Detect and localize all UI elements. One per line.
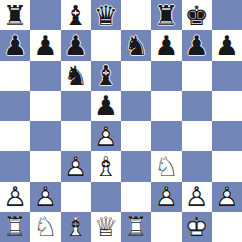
square-f7[interactable]: ♟ <box>151 30 181 60</box>
white-rook-outline: ♖ <box>0 212 30 242</box>
black-rook[interactable]: ♜ <box>151 0 181 30</box>
white-pawn[interactable]: ♟♙ <box>91 121 121 151</box>
black-bishop[interactable]: ♝ <box>91 61 121 91</box>
white-rook[interactable]: ♜♖ <box>121 212 151 242</box>
black-pawn[interactable]: ♟ <box>182 30 212 60</box>
square-g6[interactable] <box>182 61 212 91</box>
square-e4[interactable] <box>121 121 151 151</box>
square-a3[interactable] <box>0 151 30 181</box>
square-e3[interactable] <box>121 151 151 181</box>
white-rook-outline: ♖ <box>121 212 151 242</box>
white-king[interactable]: ♚♔ <box>182 212 212 242</box>
black-rook-glyph: ♜ <box>0 0 30 30</box>
white-knight[interactable]: ♞♘ <box>30 212 60 242</box>
square-a1[interactable]: ♜♖ <box>0 212 30 242</box>
square-g2[interactable]: ♟♙ <box>182 182 212 212</box>
white-bishop[interactable]: ♝♗ <box>61 212 91 242</box>
square-g7[interactable]: ♟ <box>182 30 212 60</box>
white-king-outline: ♔ <box>182 212 212 242</box>
square-h5[interactable] <box>212 91 242 121</box>
white-pawn-outline: ♙ <box>91 121 121 151</box>
square-g4[interactable] <box>182 121 212 151</box>
chess-board: ♜♝♛♜♚♟♟♟♞♟♟♟♞♝♟♟♙♟♙♝♗♞♘♟♙♟♙♟♙♟♙♟♙♜♖♞♘♝♗♛… <box>0 0 242 242</box>
black-bishop-glyph: ♝ <box>61 0 91 30</box>
square-a5[interactable] <box>0 91 30 121</box>
white-knight[interactable]: ♞♘ <box>151 151 181 181</box>
black-pawn-glyph: ♟ <box>30 30 60 60</box>
square-c5[interactable] <box>61 91 91 121</box>
square-g8[interactable]: ♚ <box>182 0 212 30</box>
square-e2[interactable] <box>121 182 151 212</box>
square-f8[interactable]: ♜ <box>151 0 181 30</box>
black-rook-glyph: ♜ <box>151 0 181 30</box>
square-h2[interactable]: ♟♙ <box>212 182 242 212</box>
square-h4[interactable] <box>212 121 242 151</box>
black-pawn[interactable]: ♟ <box>151 30 181 60</box>
white-queen-outline: ♕ <box>91 212 121 242</box>
black-pawn[interactable]: ♟ <box>61 30 91 60</box>
square-c3[interactable]: ♟♙ <box>61 151 91 181</box>
square-d8[interactable]: ♛ <box>91 0 121 30</box>
square-e1[interactable]: ♜♖ <box>121 212 151 242</box>
black-rook[interactable]: ♜ <box>0 0 30 30</box>
black-pawn-glyph: ♟ <box>61 30 91 60</box>
square-a4[interactable] <box>0 121 30 151</box>
black-knight[interactable]: ♞ <box>121 30 151 60</box>
square-c6[interactable]: ♞ <box>61 61 91 91</box>
square-f3[interactable]: ♞♘ <box>151 151 181 181</box>
white-pawn-outline: ♙ <box>30 182 60 212</box>
black-pawn-glyph: ♟ <box>182 30 212 60</box>
white-bishop-outline: ♗ <box>61 212 91 242</box>
white-pawn[interactable]: ♟♙ <box>212 182 242 212</box>
square-b8[interactable] <box>30 0 60 30</box>
square-h8[interactable] <box>212 0 242 30</box>
black-pawn-glyph: ♟ <box>91 91 121 121</box>
white-bishop[interactable]: ♝♗ <box>91 151 121 181</box>
square-f4[interactable] <box>151 121 181 151</box>
black-bishop-glyph: ♝ <box>91 61 121 91</box>
square-g1[interactable]: ♚♔ <box>182 212 212 242</box>
square-c2[interactable] <box>61 182 91 212</box>
black-knight[interactable]: ♞ <box>61 61 91 91</box>
square-h1[interactable] <box>212 212 242 242</box>
square-d2[interactable] <box>91 182 121 212</box>
square-d3[interactable]: ♝♗ <box>91 151 121 181</box>
white-pawn[interactable]: ♟♙ <box>61 151 91 181</box>
square-h6[interactable] <box>212 61 242 91</box>
square-e6[interactable] <box>121 61 151 91</box>
square-h3[interactable] <box>212 151 242 181</box>
square-f2[interactable]: ♟♙ <box>151 182 181 212</box>
square-g5[interactable] <box>182 91 212 121</box>
square-c1[interactable]: ♝♗ <box>61 212 91 242</box>
square-f5[interactable] <box>151 91 181 121</box>
white-pawn[interactable]: ♟♙ <box>182 182 212 212</box>
square-d4[interactable]: ♟♙ <box>91 121 121 151</box>
white-knight-outline: ♘ <box>151 151 181 181</box>
white-rook[interactable]: ♜♖ <box>0 212 30 242</box>
black-pawn[interactable]: ♟ <box>30 30 60 60</box>
black-pawn-glyph: ♟ <box>212 30 242 60</box>
black-pawn[interactable]: ♟ <box>0 30 30 60</box>
square-d7[interactable] <box>91 30 121 60</box>
black-pawn-glyph: ♟ <box>151 30 181 60</box>
black-knight-glyph: ♞ <box>121 30 151 60</box>
black-pawn[interactable]: ♟ <box>91 91 121 121</box>
white-pawn[interactable]: ♟♙ <box>0 182 30 212</box>
square-e5[interactable] <box>121 91 151 121</box>
white-pawn-outline: ♙ <box>212 182 242 212</box>
black-bishop[interactable]: ♝ <box>61 0 91 30</box>
white-pawn-outline: ♙ <box>61 151 91 181</box>
black-pawn-glyph: ♟ <box>0 30 30 60</box>
square-a2[interactable]: ♟♙ <box>0 182 30 212</box>
square-c4[interactable] <box>61 121 91 151</box>
square-b1[interactable]: ♞♘ <box>30 212 60 242</box>
square-d6[interactable]: ♝ <box>91 61 121 91</box>
square-b5[interactable] <box>30 91 60 121</box>
square-e7[interactable]: ♞ <box>121 30 151 60</box>
white-pawn-outline: ♙ <box>151 182 181 212</box>
square-b7[interactable]: ♟ <box>30 30 60 60</box>
square-f6[interactable] <box>151 61 181 91</box>
square-d5[interactable]: ♟ <box>91 91 121 121</box>
square-a7[interactable]: ♟ <box>0 30 30 60</box>
white-pawn-outline: ♙ <box>182 182 212 212</box>
black-queen-glyph: ♛ <box>91 0 121 30</box>
white-pawn[interactable]: ♟♙ <box>30 182 60 212</box>
square-c7[interactable]: ♟ <box>61 30 91 60</box>
white-pawn-outline: ♙ <box>0 182 30 212</box>
square-b2[interactable]: ♟♙ <box>30 182 60 212</box>
square-f1[interactable] <box>151 212 181 242</box>
square-d1[interactable]: ♛♕ <box>91 212 121 242</box>
square-b6[interactable] <box>30 61 60 91</box>
square-h7[interactable]: ♟ <box>212 30 242 60</box>
square-b3[interactable] <box>30 151 60 181</box>
white-queen[interactable]: ♛♕ <box>91 212 121 242</box>
square-b4[interactable] <box>30 121 60 151</box>
square-e8[interactable] <box>121 0 151 30</box>
square-c8[interactable]: ♝ <box>61 0 91 30</box>
white-pawn[interactable]: ♟♙ <box>151 182 181 212</box>
black-pawn[interactable]: ♟ <box>212 30 242 60</box>
square-g3[interactable] <box>182 151 212 181</box>
white-bishop-outline: ♗ <box>91 151 121 181</box>
black-king-glyph: ♚ <box>182 0 212 30</box>
black-king[interactable]: ♚ <box>182 0 212 30</box>
square-a6[interactable] <box>0 61 30 91</box>
black-knight-glyph: ♞ <box>61 61 91 91</box>
white-knight-outline: ♘ <box>30 212 60 242</box>
black-queen[interactable]: ♛ <box>91 0 121 30</box>
square-a8[interactable]: ♜ <box>0 0 30 30</box>
